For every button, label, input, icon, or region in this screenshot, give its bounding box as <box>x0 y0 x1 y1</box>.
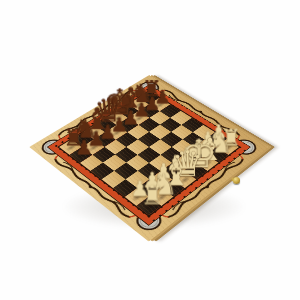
chess-board: ♞ ♜♞♝♛♚♝♞♜♟♟♟♟♟♟♟♟♟♟♟♟♟♟♟♟♜♞♝♛♚♝♞♜ <box>29 75 269 242</box>
scene: ♞ ♜♞♝♛♚♝♞♜♟♟♟♟♟♟♟♟♟♟♟♟♟♟♟♟♜♞♝♛♚♝♞♜ <box>0 0 300 300</box>
board-field: ♜♞♝♛♚♝♞♜♟♟♟♟♟♟♟♟♟♟♟♟♟♟♟♟♜♞♝♛♚♝♞♜ <box>57 90 241 217</box>
product-photo: ♞ ♜♞♝♛♚♝♞♜♟♟♟♟♟♟♟♟♟♟♟♟♟♟♟♟♜♞♝♛♚♝♞♜ <box>0 0 300 300</box>
piece-black-pawn-a7[interactable]: ♟ <box>60 137 107 157</box>
piece-white-rook-a1[interactable]: ♜ <box>127 183 178 209</box>
brass-clasp-icon <box>233 177 240 184</box>
